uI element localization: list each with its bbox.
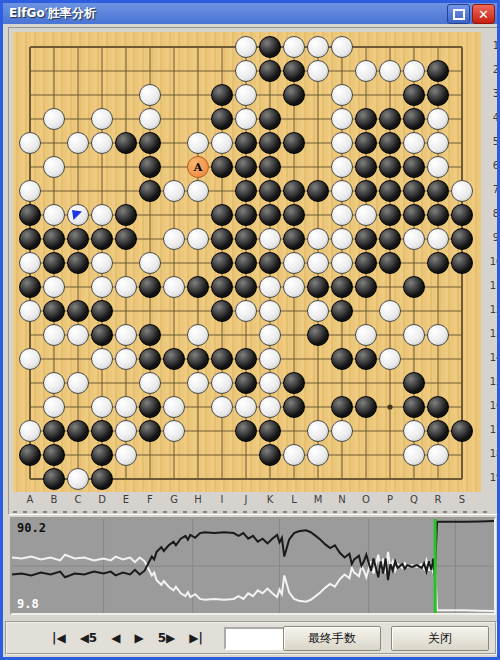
nav-back5-button[interactable]: ◀5 — [73, 631, 105, 645]
stone-white — [235, 84, 257, 106]
stone-white — [259, 324, 281, 346]
stone-white — [331, 252, 353, 274]
move-tick-strip — [13, 511, 493, 513]
stone-black — [91, 300, 113, 322]
stone-white — [451, 180, 473, 202]
column-label: G — [162, 494, 186, 505]
stone-black — [43, 228, 65, 250]
row-label: 5 — [487, 136, 500, 147]
black-winrate-value: 90.2 — [17, 521, 46, 535]
stone-white — [187, 132, 209, 154]
stone-black — [355, 180, 377, 202]
stone-black — [331, 348, 353, 370]
stone-white — [19, 348, 41, 370]
stone-black — [451, 252, 473, 274]
stone-black — [355, 396, 377, 418]
column-label: J — [234, 494, 258, 505]
stone-white — [115, 420, 137, 442]
stone-black — [235, 132, 257, 154]
stone-white — [139, 252, 161, 274]
stone-white — [187, 180, 209, 202]
row-label: 2 — [487, 64, 500, 75]
row-label: 1 — [487, 40, 500, 51]
nav-group: |◀◀5◀▶5▶▶| — [45, 631, 210, 645]
column-label: M — [306, 494, 330, 505]
stone-black — [139, 156, 161, 178]
stone-black — [67, 420, 89, 442]
stone-black — [43, 300, 65, 322]
stone-white — [331, 156, 353, 178]
row-label: 9 — [487, 232, 500, 243]
stone-black — [307, 324, 329, 346]
stone-black — [427, 252, 449, 274]
stone-black — [91, 468, 113, 490]
stone-black — [259, 204, 281, 226]
column-label: H — [186, 494, 210, 505]
row-label: 8 — [487, 208, 500, 219]
stone-black — [283, 372, 305, 394]
column-label: C — [66, 494, 90, 505]
stone-black — [259, 36, 281, 58]
stone-white — [307, 36, 329, 58]
stone-black — [355, 276, 377, 298]
stone-black — [139, 132, 161, 154]
stone-black — [403, 204, 425, 226]
stone-black — [259, 420, 281, 442]
stone-black — [379, 156, 401, 178]
stone-white — [163, 420, 185, 442]
stone-black — [139, 396, 161, 418]
stone-black — [355, 156, 377, 178]
stone-white-lastmove — [67, 204, 89, 226]
stone-white — [259, 228, 281, 250]
column-label: N — [330, 494, 354, 505]
stone-white — [139, 84, 161, 106]
stone-white — [43, 108, 65, 130]
stone-white — [139, 108, 161, 130]
stone-black — [139, 324, 161, 346]
stone-black — [139, 420, 161, 442]
stone-white — [403, 60, 425, 82]
stone-white — [427, 132, 449, 154]
column-label: A — [18, 494, 42, 505]
nav-first-button[interactable]: |◀ — [45, 631, 73, 645]
stone-white — [259, 348, 281, 370]
stone-white — [19, 180, 41, 202]
column-label: K — [258, 494, 282, 505]
stone-black — [67, 300, 89, 322]
stone-white — [331, 132, 353, 154]
close-window-button[interactable]: ✕ — [472, 4, 495, 24]
stone-white — [211, 372, 233, 394]
stone-white — [43, 156, 65, 178]
stone-white — [235, 36, 257, 58]
stone-white — [67, 324, 89, 346]
stone-black — [91, 420, 113, 442]
stone-white — [355, 324, 377, 346]
stone-black — [427, 396, 449, 418]
stone-white — [379, 348, 401, 370]
stone-black — [259, 132, 281, 154]
row-label: 16 — [487, 400, 500, 411]
close-icon: ✕ — [478, 7, 489, 22]
stone-white — [307, 60, 329, 82]
stone-white — [19, 300, 41, 322]
stone-black — [307, 276, 329, 298]
stone-white — [307, 300, 329, 322]
row-label: 19 — [487, 472, 500, 483]
stone-black — [211, 276, 233, 298]
stone-black — [379, 204, 401, 226]
stone-black — [43, 420, 65, 442]
stone-white — [187, 324, 209, 346]
stone-black — [211, 348, 233, 370]
stone-white — [211, 132, 233, 154]
row-label: 11 — [487, 280, 500, 291]
stone-black — [307, 180, 329, 202]
stone-white — [163, 396, 185, 418]
stone-black — [235, 180, 257, 202]
stone-black — [139, 180, 161, 202]
stone-white — [379, 60, 401, 82]
stone-black — [283, 60, 305, 82]
stone-white — [115, 348, 137, 370]
stone-black — [211, 84, 233, 106]
stone-black — [283, 84, 305, 106]
stone-black — [403, 276, 425, 298]
stone-black — [211, 300, 233, 322]
stone-black — [403, 396, 425, 418]
stone-black — [259, 252, 281, 274]
row-label: 7 — [487, 184, 500, 195]
stone-black — [283, 204, 305, 226]
stone-white — [43, 324, 65, 346]
stone-white — [91, 348, 113, 370]
nav-forward5-button[interactable]: 5▶ — [151, 631, 183, 645]
stone-white — [235, 108, 257, 130]
stone-black — [43, 252, 65, 274]
stone-black — [187, 348, 209, 370]
stone-white — [115, 396, 137, 418]
stone-white — [259, 276, 281, 298]
stone-black — [379, 108, 401, 130]
stone-black — [115, 132, 137, 154]
stone-white — [259, 300, 281, 322]
stone-black — [379, 228, 401, 250]
stone-black — [331, 276, 353, 298]
stone-white — [187, 372, 209, 394]
stone-white — [355, 60, 377, 82]
stone-white — [427, 324, 449, 346]
close-button[interactable]: 关闭 — [391, 626, 489, 651]
stone-white — [91, 396, 113, 418]
stone-white — [187, 228, 209, 250]
stone-white — [331, 84, 353, 106]
row-label: 13 — [487, 328, 500, 339]
stone-black — [235, 372, 257, 394]
nav-back-button[interactable]: ◀ — [104, 631, 127, 645]
stone-white — [331, 228, 353, 250]
control-bar: |◀◀5◀▶5▶▶| go 最终手数 关闭 — [5, 621, 497, 655]
stone-black — [355, 228, 377, 250]
stone-white — [307, 444, 329, 466]
stone-white — [235, 396, 257, 418]
column-label: R — [426, 494, 450, 505]
stone-white — [355, 204, 377, 226]
stone-black — [67, 228, 89, 250]
white-winrate-value: 9.8 — [17, 597, 39, 611]
stone-white — [19, 252, 41, 274]
stone-white — [91, 204, 113, 226]
stone-black — [451, 420, 473, 442]
stone-black — [19, 228, 41, 250]
stone-black — [259, 444, 281, 466]
column-label: F — [138, 494, 162, 505]
stone-black — [427, 84, 449, 106]
stone-black — [283, 132, 305, 154]
stone-black — [235, 228, 257, 250]
stone-black — [355, 132, 377, 154]
row-label: 17 — [487, 424, 500, 435]
board-area: A ABCDEFGHIJKLMNOPQRS1234567891011121314… — [8, 27, 500, 515]
stone-black — [259, 108, 281, 130]
row-label: 12 — [487, 304, 500, 315]
stone-black — [91, 228, 113, 250]
stone-black — [235, 156, 257, 178]
stone-black — [163, 348, 185, 370]
last-move-triangle-icon — [72, 210, 82, 220]
stone-white — [331, 204, 353, 226]
stone-black — [43, 468, 65, 490]
column-label: L — [282, 494, 306, 505]
stone-black — [235, 348, 257, 370]
nav-last-button[interactable]: ▶| — [182, 631, 210, 645]
stone-white — [67, 468, 89, 490]
column-label: P — [378, 494, 402, 505]
stone-white — [91, 252, 113, 274]
row-label: 6 — [487, 160, 500, 171]
stone-black — [115, 204, 137, 226]
elfgo-analysis-window: ElfGo′胜率分析 ✕ A ABCDEFGHIJKLMNOPQRS123456… — [0, 0, 500, 660]
stone-white — [427, 156, 449, 178]
nav-forward-button[interactable]: ▶ — [127, 631, 150, 645]
stone-white — [403, 228, 425, 250]
maximize-icon — [453, 9, 465, 20]
row-label: 14 — [487, 352, 500, 363]
stone-white — [259, 396, 281, 418]
stone-black — [403, 108, 425, 130]
stone-white — [403, 132, 425, 154]
stone-white — [91, 108, 113, 130]
stone-white — [67, 132, 89, 154]
stone-white — [403, 444, 425, 466]
stone-white — [139, 372, 161, 394]
row-label: 3 — [487, 88, 500, 99]
stone-white — [283, 444, 305, 466]
stone-white — [283, 252, 305, 274]
stone-white — [427, 228, 449, 250]
stone-black — [259, 156, 281, 178]
stone-black — [427, 204, 449, 226]
stone-white — [19, 420, 41, 442]
stone-black — [451, 228, 473, 250]
stone-black — [187, 276, 209, 298]
stone-white — [115, 444, 137, 466]
stone-white — [331, 36, 353, 58]
stone-suggested-A: A — [187, 156, 209, 178]
stone-white — [427, 108, 449, 130]
stone-black — [283, 180, 305, 202]
stone-white — [163, 228, 185, 250]
column-label: E — [114, 494, 138, 505]
column-label: I — [210, 494, 234, 505]
stone-black — [427, 180, 449, 202]
stone-black — [403, 84, 425, 106]
stone-white — [331, 108, 353, 130]
stone-black — [139, 348, 161, 370]
stone-black — [235, 420, 257, 442]
stone-black — [403, 180, 425, 202]
winrate-graph[interactable]: 90.2 9.8 — [10, 517, 496, 615]
stone-white — [115, 324, 137, 346]
stone-black — [211, 228, 233, 250]
stone-black — [283, 396, 305, 418]
column-label: Q — [402, 494, 426, 505]
column-label: O — [354, 494, 378, 505]
stone-black — [355, 252, 377, 274]
window-title: ElfGo′胜率分析 — [3, 5, 96, 22]
stone-white — [235, 60, 257, 82]
stone-black — [283, 228, 305, 250]
stone-black — [259, 180, 281, 202]
stone-white — [427, 444, 449, 466]
stone-black — [355, 108, 377, 130]
stone-black — [235, 204, 257, 226]
stone-black — [331, 396, 353, 418]
stone-black — [139, 276, 161, 298]
stone-white — [43, 372, 65, 394]
stone-white — [43, 204, 65, 226]
column-label: B — [42, 494, 66, 505]
stone-black — [91, 324, 113, 346]
stone-black — [211, 156, 233, 178]
column-label: S — [450, 494, 474, 505]
stone-white — [235, 300, 257, 322]
stone-black — [427, 60, 449, 82]
maximize-button[interactable] — [447, 4, 470, 24]
stone-black — [211, 252, 233, 274]
stone-white — [211, 396, 233, 418]
go-board[interactable]: A — [13, 32, 481, 492]
row-label: 10 — [487, 256, 500, 267]
stone-black — [379, 180, 401, 202]
stone-white — [91, 276, 113, 298]
stone-white — [331, 420, 353, 442]
stone-white — [163, 276, 185, 298]
stone-black — [379, 132, 401, 154]
stone-white — [403, 324, 425, 346]
stone-white — [115, 276, 137, 298]
stone-black — [19, 204, 41, 226]
stone-white — [43, 276, 65, 298]
stone-black — [91, 444, 113, 466]
stone-white — [307, 420, 329, 442]
stone-white — [91, 132, 113, 154]
stone-white — [283, 276, 305, 298]
stone-black — [19, 276, 41, 298]
stone-black — [19, 444, 41, 466]
stone-white — [379, 300, 401, 322]
stone-white — [307, 228, 329, 250]
stone-black — [259, 60, 281, 82]
stone-black — [403, 372, 425, 394]
stone-black — [67, 252, 89, 274]
stone-black — [235, 276, 257, 298]
stone-black — [115, 228, 137, 250]
stone-black — [235, 252, 257, 274]
stone-white — [331, 180, 353, 202]
title-bar[interactable]: ElfGo′胜率分析 ✕ — [3, 3, 497, 24]
stone-black — [211, 108, 233, 130]
stone-white — [283, 36, 305, 58]
stone-black — [43, 444, 65, 466]
stone-white — [43, 396, 65, 418]
stone-black — [331, 300, 353, 322]
stone-black — [379, 252, 401, 274]
stone-white — [19, 132, 41, 154]
stone-white — [67, 372, 89, 394]
row-label: 4 — [487, 112, 500, 123]
stone-white — [163, 180, 185, 202]
column-label: D — [90, 494, 114, 505]
stone-black — [355, 348, 377, 370]
row-label: 18 — [487, 448, 500, 459]
stone-black — [211, 204, 233, 226]
stone-black — [427, 420, 449, 442]
stone-black — [451, 204, 473, 226]
row-label: 15 — [487, 376, 500, 387]
stone-black — [403, 156, 425, 178]
final-moves-button[interactable]: 最终手数 — [283, 626, 381, 651]
stone-white — [307, 252, 329, 274]
stone-white — [259, 372, 281, 394]
stone-white — [403, 420, 425, 442]
